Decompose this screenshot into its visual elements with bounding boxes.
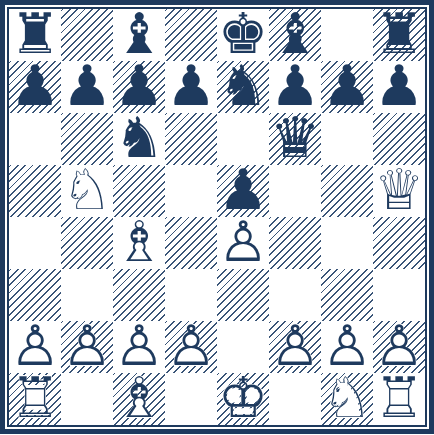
white-pawn-fill: ♟ [60, 320, 115, 375]
square-b8[interactable] [61, 9, 113, 61]
white-queen-outline: ♕ [373, 165, 425, 217]
white-knight-outline: ♘ [61, 165, 113, 217]
white-pawn-fill: ♟ [8, 320, 63, 375]
black-king[interactable]: ♚ [217, 9, 269, 61]
white-knight-outline: ♘ [321, 373, 373, 425]
black-rook[interactable]: ♜ [9, 9, 61, 61]
white-pawn[interactable]: ♟♙ [373, 321, 425, 373]
white-pawn[interactable]: ♟♙ [113, 321, 165, 373]
black-pawn[interactable]: ♟ [61, 61, 113, 113]
black-bishop-glyph: ♝ [113, 9, 165, 61]
white-bishop-outline: ♗ [113, 373, 165, 425]
black-pawn[interactable]: ♟ [9, 61, 61, 113]
square-f6[interactable]: ♛ [269, 113, 321, 165]
square-a6[interactable] [9, 113, 61, 165]
square-e8[interactable]: ♚ [217, 9, 269, 61]
white-pawn[interactable]: ♟♙ [269, 321, 321, 373]
black-pawn[interactable]: ♟ [373, 61, 425, 113]
white-pawn-outline: ♙ [9, 321, 61, 373]
white-knight-fill: ♞ [320, 372, 375, 427]
square-h1[interactable]: ♜♖ [373, 373, 425, 425]
black-pawn[interactable]: ♟ [165, 61, 217, 113]
square-e7[interactable]: ♞ [217, 61, 269, 113]
square-d4[interactable] [165, 217, 217, 269]
square-a4[interactable] [9, 217, 61, 269]
white-bishop-outline: ♗ [113, 217, 165, 269]
white-rook[interactable]: ♜♖ [9, 373, 61, 425]
square-d6[interactable] [165, 113, 217, 165]
white-bishop-fill: ♝ [112, 216, 167, 271]
square-e6[interactable] [217, 113, 269, 165]
square-c6[interactable]: ♞ [113, 113, 165, 165]
square-e5[interactable]: ♟ [217, 165, 269, 217]
black-pawn-glyph: ♟ [269, 61, 321, 113]
square-a8[interactable]: ♜ [9, 9, 61, 61]
black-pawn-glyph: ♟ [113, 61, 165, 113]
square-e1[interactable]: ♚♔ [217, 373, 269, 425]
white-pawn[interactable]: ♟♙ [165, 321, 217, 373]
square-a5[interactable] [9, 165, 61, 217]
white-rook-fill: ♜ [8, 372, 63, 427]
white-pawn-outline: ♙ [269, 321, 321, 373]
white-pawn-outline: ♙ [113, 321, 165, 373]
white-pawn-fill: ♟ [268, 320, 323, 375]
square-b4[interactable] [61, 217, 113, 269]
square-g7[interactable]: ♟ [321, 61, 373, 113]
white-rook-outline: ♖ [373, 373, 425, 425]
square-d5[interactable] [165, 165, 217, 217]
square-f8[interactable]: ♝ [269, 9, 321, 61]
black-queen-glyph: ♛ [269, 113, 321, 165]
white-pawn[interactable]: ♟♙ [9, 321, 61, 373]
square-g3[interactable] [321, 269, 373, 321]
black-knight[interactable]: ♞ [113, 113, 165, 165]
white-pawn[interactable]: ♟♙ [217, 217, 269, 269]
square-f1[interactable] [269, 373, 321, 425]
white-knight-fill: ♞ [60, 164, 115, 219]
square-a7[interactable]: ♟ [9, 61, 61, 113]
square-c1[interactable]: ♝♗ [113, 373, 165, 425]
square-c7[interactable]: ♟ [113, 61, 165, 113]
black-rook-glyph: ♜ [9, 9, 61, 61]
black-pawn[interactable]: ♟ [217, 165, 269, 217]
white-pawn[interactable]: ♟♙ [321, 321, 373, 373]
black-pawn-glyph: ♟ [9, 61, 61, 113]
square-e4[interactable]: ♟♙ [217, 217, 269, 269]
square-d3[interactable] [165, 269, 217, 321]
black-bishop[interactable]: ♝ [113, 9, 165, 61]
square-a2[interactable]: ♟♙ [9, 321, 61, 373]
square-f5[interactable] [269, 165, 321, 217]
white-bishop-fill: ♝ [112, 372, 167, 427]
square-g2[interactable]: ♟♙ [321, 321, 373, 373]
white-pawn-fill: ♟ [164, 320, 219, 375]
black-pawn-glyph: ♟ [217, 165, 269, 217]
square-g5[interactable] [321, 165, 373, 217]
square-d8[interactable] [165, 9, 217, 61]
black-rook-glyph: ♜ [373, 9, 425, 61]
frame-gap: ♜♝♚♝♜♟♟♟♟♞♟♟♟♞♛♞♘♟♛♕♝♗♟♙♟♙♟♙♟♙♟♙♟♙♟♙♟♙♜♖… [5, 5, 429, 429]
white-pawn-fill: ♟ [372, 320, 427, 375]
square-d1[interactable] [165, 373, 217, 425]
white-rook-fill: ♜ [372, 372, 427, 427]
white-knight[interactable]: ♞♘ [321, 373, 373, 425]
square-b7[interactable]: ♟ [61, 61, 113, 113]
black-bishop[interactable]: ♝ [269, 9, 321, 61]
square-g8[interactable] [321, 9, 373, 61]
white-pawn-fill: ♟ [320, 320, 375, 375]
white-pawn-outline: ♙ [217, 217, 269, 269]
black-pawn-glyph: ♟ [373, 61, 425, 113]
white-king-outline: ♔ [217, 373, 269, 425]
white-pawn-fill: ♟ [216, 216, 271, 271]
square-h8[interactable]: ♜ [373, 9, 425, 61]
white-pawn[interactable]: ♟♙ [61, 321, 113, 373]
square-h4[interactable] [373, 217, 425, 269]
square-h7[interactable]: ♟ [373, 61, 425, 113]
white-pawn-outline: ♙ [321, 321, 373, 373]
square-d7[interactable]: ♟ [165, 61, 217, 113]
black-pawn[interactable]: ♟ [113, 61, 165, 113]
white-rook-outline: ♖ [9, 373, 61, 425]
black-knight-glyph: ♞ [113, 113, 165, 165]
square-c8[interactable]: ♝ [113, 9, 165, 61]
square-g6[interactable] [321, 113, 373, 165]
white-bishop[interactable]: ♝♗ [113, 373, 165, 425]
black-queen[interactable]: ♛ [269, 113, 321, 165]
square-g4[interactable] [321, 217, 373, 269]
square-h2[interactable]: ♟♙ [373, 321, 425, 373]
board-frame: ♜♝♚♝♜♟♟♟♟♞♟♟♟♞♛♞♘♟♛♕♝♗♟♙♟♙♟♙♟♙♟♙♟♙♟♙♟♙♜♖… [0, 0, 434, 434]
square-d2[interactable]: ♟♙ [165, 321, 217, 373]
white-queen[interactable]: ♛♕ [373, 165, 425, 217]
white-queen-fill: ♛ [372, 164, 427, 219]
square-h6[interactable] [373, 113, 425, 165]
white-knight[interactable]: ♞♘ [61, 165, 113, 217]
square-a1[interactable]: ♜♖ [9, 373, 61, 425]
board-outline: ♜♝♚♝♜♟♟♟♟♞♟♟♟♞♛♞♘♟♛♕♝♗♟♙♟♙♟♙♟♙♟♙♟♙♟♙♟♙♜♖… [7, 7, 427, 427]
square-g1[interactable]: ♞♘ [321, 373, 373, 425]
square-c5[interactable] [113, 165, 165, 217]
black-king-glyph: ♚ [217, 9, 269, 61]
white-pawn-fill: ♟ [112, 320, 167, 375]
white-bishop[interactable]: ♝♗ [113, 217, 165, 269]
square-f3[interactable] [269, 269, 321, 321]
black-bishop-glyph: ♝ [269, 9, 321, 61]
white-rook[interactable]: ♜♖ [373, 373, 425, 425]
black-pawn-glyph: ♟ [165, 61, 217, 113]
square-c2[interactable]: ♟♙ [113, 321, 165, 373]
square-h3[interactable] [373, 269, 425, 321]
square-f7[interactable]: ♟ [269, 61, 321, 113]
square-a3[interactable] [9, 269, 61, 321]
black-knight[interactable]: ♞ [217, 61, 269, 113]
square-b3[interactable] [61, 269, 113, 321]
square-e2[interactable] [217, 321, 269, 373]
chess-board: ♜♝♚♝♜♟♟♟♟♞♟♟♟♞♛♞♘♟♛♕♝♗♟♙♟♙♟♙♟♙♟♙♟♙♟♙♟♙♜♖… [9, 9, 425, 425]
square-f2[interactable]: ♟♙ [269, 321, 321, 373]
square-b1[interactable] [61, 373, 113, 425]
white-pawn-outline: ♙ [61, 321, 113, 373]
square-c3[interactable] [113, 269, 165, 321]
black-pawn-glyph: ♟ [61, 61, 113, 113]
square-e3[interactable] [217, 269, 269, 321]
square-c4[interactable]: ♝♗ [113, 217, 165, 269]
square-h5[interactable]: ♛♕ [373, 165, 425, 217]
white-king[interactable]: ♚♔ [217, 373, 269, 425]
black-knight-glyph: ♞ [217, 61, 269, 113]
white-king-fill: ♚ [216, 372, 271, 427]
black-pawn-glyph: ♟ [321, 61, 373, 113]
white-pawn-outline: ♙ [165, 321, 217, 373]
square-b5[interactable]: ♞♘ [61, 165, 113, 217]
square-b6[interactable] [61, 113, 113, 165]
black-rook[interactable]: ♜ [373, 9, 425, 61]
black-pawn[interactable]: ♟ [269, 61, 321, 113]
square-b2[interactable]: ♟♙ [61, 321, 113, 373]
black-pawn[interactable]: ♟ [321, 61, 373, 113]
square-f4[interactable] [269, 217, 321, 269]
white-pawn-outline: ♙ [373, 321, 425, 373]
